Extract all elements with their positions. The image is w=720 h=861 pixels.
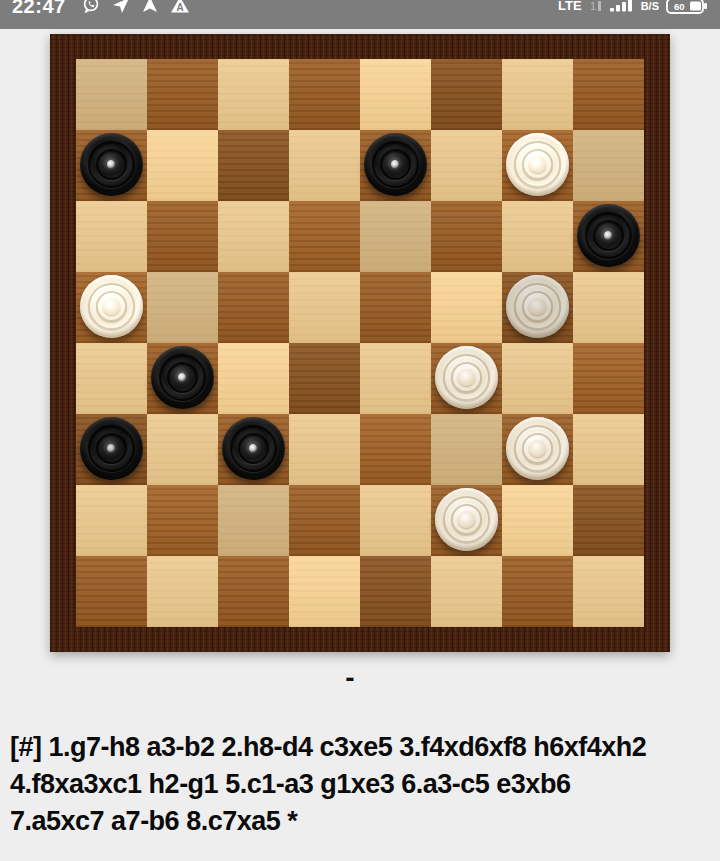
square-a1[interactable] xyxy=(76,556,147,627)
square-f6[interactable] xyxy=(431,201,502,272)
square-h1[interactable] xyxy=(573,556,644,627)
square-g7[interactable] xyxy=(502,130,573,201)
square-a8[interactable] xyxy=(76,59,147,130)
square-c1[interactable] xyxy=(218,556,289,627)
black-piece[interactable] xyxy=(364,133,427,196)
square-d3[interactable] xyxy=(289,414,360,485)
square-d2[interactable] xyxy=(289,485,360,556)
square-b1[interactable] xyxy=(147,556,218,627)
bs-indicator-label: B/S xyxy=(641,0,659,12)
square-d8[interactable] xyxy=(289,59,360,130)
square-h3[interactable] xyxy=(573,414,644,485)
square-c2[interactable] xyxy=(218,485,289,556)
send-icon xyxy=(112,0,130,14)
square-a2[interactable] xyxy=(76,485,147,556)
square-h5[interactable] xyxy=(573,272,644,343)
square-b6[interactable] xyxy=(147,201,218,272)
square-f4[interactable] xyxy=(431,343,502,414)
square-g2[interactable] xyxy=(502,485,573,556)
square-d4[interactable] xyxy=(289,343,360,414)
move-list-line: [#] 1.g7-h8 a3-b2 2.h8-d4 c3xe5 3.f4xd6x… xyxy=(10,729,716,766)
white-piece[interactable] xyxy=(80,275,143,338)
square-h4[interactable] xyxy=(573,343,644,414)
signal-strong-icon xyxy=(610,0,634,17)
square-h7[interactable] xyxy=(573,130,644,201)
square-b2[interactable] xyxy=(147,485,218,556)
square-g4[interactable] xyxy=(502,343,573,414)
square-d7[interactable] xyxy=(289,130,360,201)
square-d6[interactable] xyxy=(289,201,360,272)
square-g5[interactable] xyxy=(502,272,573,343)
square-a4[interactable] xyxy=(76,343,147,414)
square-a3[interactable] xyxy=(76,414,147,485)
svg-text:1: 1 xyxy=(590,0,596,12)
square-b4[interactable] xyxy=(147,343,218,414)
clock: 22:47 xyxy=(12,0,66,18)
square-h2[interactable] xyxy=(573,485,644,556)
white-piece[interactable] xyxy=(506,417,569,480)
square-a7[interactable] xyxy=(76,130,147,201)
white-piece[interactable] xyxy=(435,488,498,551)
square-e4[interactable] xyxy=(360,343,431,414)
alert-triangle-icon: A xyxy=(170,0,190,14)
checkers-board xyxy=(76,59,644,627)
move-list: [#] 1.g7-h8 a3-b2 2.h8-d4 c3xe5 3.f4xd6x… xyxy=(10,729,716,840)
square-c4[interactable] xyxy=(218,343,289,414)
network-type-label: LTE xyxy=(558,0,582,13)
checkers-board-frame xyxy=(50,34,670,652)
square-b7[interactable] xyxy=(147,130,218,201)
square-g3[interactable] xyxy=(502,414,573,485)
status-bar: 22:47 A LTE 1 B/S xyxy=(0,0,720,29)
square-b8[interactable] xyxy=(147,59,218,130)
black-piece[interactable] xyxy=(80,417,143,480)
white-piece[interactable] xyxy=(506,133,569,196)
square-d1[interactable] xyxy=(289,556,360,627)
square-e1[interactable] xyxy=(360,556,431,627)
square-b3[interactable] xyxy=(147,414,218,485)
black-piece[interactable] xyxy=(151,346,214,409)
square-f3[interactable] xyxy=(431,414,502,485)
navigation-icon xyxy=(142,0,158,14)
square-f8[interactable] xyxy=(431,59,502,130)
square-f5[interactable] xyxy=(431,272,502,343)
square-c8[interactable] xyxy=(218,59,289,130)
square-c3[interactable] xyxy=(218,414,289,485)
square-b5[interactable] xyxy=(147,272,218,343)
square-e5[interactable] xyxy=(360,272,431,343)
square-a5[interactable] xyxy=(76,272,147,343)
square-e8[interactable] xyxy=(360,59,431,130)
white-piece[interactable] xyxy=(435,346,498,409)
whatsapp-icon xyxy=(82,0,100,14)
square-f1[interactable] xyxy=(431,556,502,627)
square-c5[interactable] xyxy=(218,272,289,343)
square-c6[interactable] xyxy=(218,201,289,272)
game-result-separator: - xyxy=(330,662,370,694)
square-g8[interactable] xyxy=(502,59,573,130)
app-screen: 22:47 A LTE 1 B/S xyxy=(0,0,720,861)
square-h6[interactable] xyxy=(573,201,644,272)
move-list-line: 4.f8xa3xc1 h2-g1 5.c1-a3 g1xe3 6.a3-c5 e… xyxy=(10,766,716,803)
square-e2[interactable] xyxy=(360,485,431,556)
battery-icon: 60 xyxy=(666,0,708,19)
square-e3[interactable] xyxy=(360,414,431,485)
svg-text:60: 60 xyxy=(674,1,685,12)
move-list-line: 7.a5xc7 a7-b6 8.c7xa5 * xyxy=(10,803,716,840)
white-piece[interactable] xyxy=(506,275,569,338)
square-f2[interactable] xyxy=(431,485,502,556)
signal-weak-icon: 1 xyxy=(589,0,603,17)
square-f7[interactable] xyxy=(431,130,502,201)
svg-text:A: A xyxy=(176,2,183,13)
square-g1[interactable] xyxy=(502,556,573,627)
black-piece[interactable] xyxy=(577,204,640,267)
square-e6[interactable] xyxy=(360,201,431,272)
black-piece[interactable] xyxy=(80,133,143,196)
black-piece[interactable] xyxy=(222,417,285,480)
square-h8[interactable] xyxy=(573,59,644,130)
square-d5[interactable] xyxy=(289,272,360,343)
square-g6[interactable] xyxy=(502,201,573,272)
square-e7[interactable] xyxy=(360,130,431,201)
square-c7[interactable] xyxy=(218,130,289,201)
square-a6[interactable] xyxy=(76,201,147,272)
